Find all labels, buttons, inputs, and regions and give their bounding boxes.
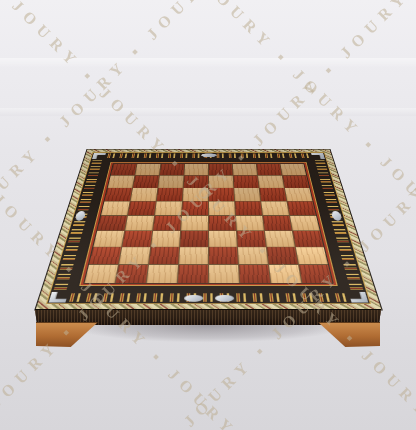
square-a3	[93, 231, 124, 247]
square-a2	[89, 247, 121, 264]
watermark-diagonal-ascending: JOURY ▪ JOURY ▪ JOURY ▪ JOURY ▪ JOURY ▪ …	[0, 0, 416, 430]
mosaic-strip-bottom	[65, 293, 351, 301]
square-a1	[84, 265, 117, 283]
square-g5	[261, 202, 289, 216]
square-a6	[104, 188, 132, 201]
mosaic-strip-right	[314, 159, 364, 292]
chessboard	[0, 0, 416, 430]
square-g1	[269, 265, 301, 283]
backdrop-band	[0, 108, 416, 116]
square-e2	[209, 247, 238, 264]
square-h5	[287, 202, 316, 216]
square-b1	[115, 265, 147, 283]
square-f7	[233, 176, 258, 188]
square-h1	[299, 265, 332, 283]
square-e3	[209, 231, 237, 247]
square-c6	[156, 188, 182, 201]
board-squares-grid	[84, 164, 332, 283]
square-f3	[236, 231, 265, 247]
square-g2	[266, 247, 297, 264]
watermark-text: JOURY ▪ JOURY ▪ JOURY ▪ JOURY ▪ JOURY ▪ …	[0, 0, 416, 430]
square-g7	[258, 176, 284, 188]
square-g8	[256, 164, 281, 175]
square-e1	[209, 265, 239, 283]
mother-of-pearl-inlay	[330, 211, 342, 221]
square-d7	[183, 176, 207, 188]
square-h3	[292, 231, 323, 247]
mother-of-pearl-corner	[348, 292, 368, 303]
square-f4	[236, 216, 264, 231]
square-b7	[133, 176, 159, 188]
square-d3	[180, 231, 208, 247]
square-c3	[151, 231, 180, 247]
square-b8	[135, 164, 160, 175]
board-top-surface	[34, 149, 383, 310]
square-d6	[182, 188, 207, 201]
square-g6	[259, 188, 286, 201]
square-c8	[159, 164, 183, 175]
square-h2	[295, 247, 327, 264]
square-f5	[235, 202, 262, 216]
watermark-text: JOURY ▪ JOURY ▪ JOURY ▪ JOURY ▪ JOURY ▪ …	[0, 0, 416, 430]
backdrop-band	[0, 58, 416, 68]
square-a8	[110, 164, 136, 175]
square-d1	[177, 265, 207, 283]
square-c1	[146, 265, 177, 283]
rope-inlay-band	[35, 149, 381, 309]
mosaic-strip-left	[53, 159, 103, 292]
mosaic-strip-top	[104, 153, 312, 157]
watermark-diagonal-descending: JOURY ▪ JOURY ▪ JOURY ▪ JOURY ▪ JOURY ▪ …	[0, 0, 416, 430]
watermark-text: JOURY ▪ JOURY ▪ JOURY ▪ JOURY ▪ JOURY ▪ …	[6, 13, 416, 430]
mother-of-pearl-inlay	[214, 295, 233, 302]
square-h4	[290, 216, 320, 231]
watermark-text: JOURY ▪ JOURY ▪ JOURY ▪ JOURY ▪ JOURY ▪ …	[0, 16, 407, 430]
square-g4	[263, 216, 292, 231]
square-d2	[179, 247, 208, 264]
mosaic-border-band	[47, 153, 369, 304]
square-b4	[125, 216, 154, 231]
mother-of-pearl-corner	[48, 292, 68, 303]
square-d8	[184, 164, 208, 175]
mother-of-pearl-inlay	[200, 153, 216, 157]
square-h8	[280, 164, 306, 175]
square-b6	[130, 188, 157, 201]
square-c7	[158, 176, 183, 188]
square-g3	[264, 231, 294, 247]
watermark-layer: JOURY ▪ JOURY ▪ JOURY ▪ JOURY ▪ JOURY ▪ …	[0, 0, 416, 430]
square-a4	[97, 216, 127, 231]
square-h7	[282, 176, 309, 188]
square-a5	[101, 202, 130, 216]
square-c4	[153, 216, 181, 231]
square-f1	[239, 265, 270, 283]
mother-of-pearl-inlay	[183, 295, 202, 302]
square-f2	[237, 247, 267, 264]
square-c5	[155, 202, 182, 216]
square-b5	[128, 202, 156, 216]
mother-of-pearl-corner	[92, 153, 106, 159]
square-e8	[208, 164, 232, 175]
mother-of-pearl-inlay	[74, 211, 86, 221]
square-d4	[181, 216, 208, 231]
square-h6	[284, 188, 312, 201]
square-f8	[232, 164, 256, 175]
square-f6	[234, 188, 260, 201]
square-e5	[208, 202, 234, 216]
square-d5	[182, 202, 208, 216]
mother-of-pearl-corner	[311, 153, 325, 159]
square-c2	[149, 247, 179, 264]
product-photo-stage: JOURY ▪ JOURY ▪ JOURY ▪ JOURY ▪ JOURY ▪ …	[0, 0, 416, 430]
square-b3	[122, 231, 152, 247]
square-e7	[208, 176, 232, 188]
square-a7	[107, 176, 134, 188]
square-b2	[119, 247, 150, 264]
square-e6	[208, 188, 233, 201]
square-e4	[209, 216, 236, 231]
